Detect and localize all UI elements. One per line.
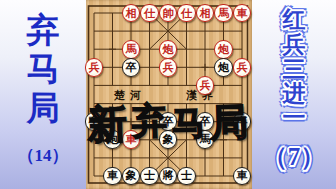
left-title-char: 马 — [0, 51, 86, 87]
piece-black-pawn[interactable]: 卒 — [159, 112, 178, 131]
piece-red-horse[interactable]: 馬 — [122, 40, 141, 59]
piece-red-cannon[interactable]: 炮 — [214, 40, 233, 59]
piece-black-horse[interactable]: 馬 — [196, 130, 215, 149]
piece-red-elephant[interactable]: 相 — [196, 4, 215, 23]
piece-black-chariot[interactable]: 車 — [103, 167, 122, 186]
piece-black-cannon[interactable]: 炮 — [103, 130, 122, 149]
move-number: （7） — [252, 140, 336, 173]
piece-red-pawn[interactable]: 兵 — [85, 58, 104, 77]
piece-red-king[interactable]: 帥 — [159, 4, 178, 23]
piece-black-advisor[interactable]: 士 — [177, 167, 196, 186]
piece-red-pawn[interactable]: 兵 — [196, 76, 215, 95]
video-frame: 弃 马 局 （14） 楚河 漢界 相仕帥仕相馬車馬炮炮兵卒兵炮兵兵卒卒卒卒炮車象… — [0, 0, 336, 189]
piece-black-chariot[interactable]: 車 — [233, 167, 252, 186]
piece-red-pawn[interactable]: 兵 — [233, 58, 252, 77]
move-title-char: 红 — [252, 8, 336, 32]
move-title-char: 一 — [252, 106, 336, 130]
piece-black-king[interactable]: 將 — [159, 167, 178, 186]
piece-red-chariot[interactable]: 車 — [122, 130, 141, 149]
piece-red-chariot[interactable]: 車 — [233, 4, 252, 23]
piece-black-elephant[interactable]: 象 — [122, 167, 141, 186]
piece-black-pawn[interactable]: 卒 — [122, 58, 141, 77]
episode-number: （14） — [0, 144, 86, 167]
piece-red-horse[interactable]: 馬 — [214, 4, 233, 23]
piece-black-elephant[interactable]: 象 — [159, 130, 178, 149]
piece-layer: 相仕帥仕相馬車馬炮炮兵卒兵炮兵兵卒卒卒卒炮車象馬車象士將士車 — [85, 4, 252, 185]
piece-black-pawn[interactable]: 卒 — [85, 112, 104, 131]
piece-black-cannon[interactable]: 炮 — [214, 58, 233, 77]
move-title-char: 三 — [252, 58, 336, 82]
piece-red-cannon[interactable]: 炮 — [159, 40, 178, 59]
right-move-panel: 红 兵 三 进 一 （7） — [252, 0, 336, 189]
move-title-char: 兵 — [252, 33, 336, 57]
left-title-char: 局 — [0, 90, 86, 126]
piece-red-advisor[interactable]: 仕 — [140, 4, 159, 23]
move-title-char: 进 — [252, 82, 336, 106]
piece-red-advisor[interactable]: 仕 — [177, 4, 196, 23]
piece-black-pawn[interactable]: 卒 — [196, 112, 215, 131]
left-title-char: 弃 — [0, 12, 86, 48]
piece-red-elephant[interactable]: 相 — [122, 4, 141, 23]
left-title-panel: 弃 马 局 （14） — [0, 0, 86, 189]
piece-black-advisor[interactable]: 士 — [140, 167, 159, 186]
piece-black-pawn[interactable]: 卒 — [233, 112, 252, 131]
xiangqi-board[interactable]: 楚河 漢界 相仕帥仕相馬車馬炮炮兵卒兵炮兵兵卒卒卒卒炮車象馬車象士將士車 新 弃… — [86, 0, 252, 189]
piece-red-pawn[interactable]: 兵 — [159, 58, 178, 77]
